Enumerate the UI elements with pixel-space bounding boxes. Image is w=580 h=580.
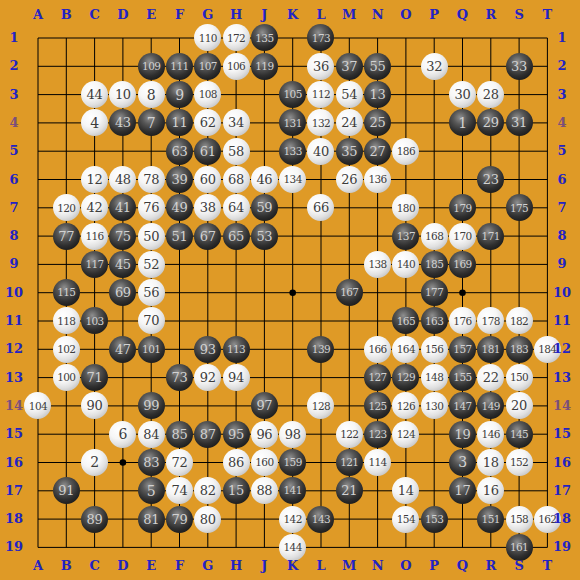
intersection-R9[interactable]: [477, 250, 505, 278]
intersection-A9[interactable]: [24, 250, 52, 278]
intersection-L8[interactable]: [307, 222, 335, 250]
intersection-N11[interactable]: [363, 307, 391, 335]
intersection-H2[interactable]: 106: [222, 52, 250, 80]
intersection-P10[interactable]: 177: [420, 279, 448, 307]
intersection-S8[interactable]: [505, 222, 533, 250]
intersection-G13[interactable]: 92: [194, 363, 222, 391]
intersection-E10[interactable]: 56: [137, 279, 165, 307]
intersection-M8[interactable]: [335, 222, 363, 250]
intersection-R16[interactable]: 18: [477, 448, 505, 476]
intersection-N9[interactable]: 138: [363, 250, 391, 278]
intersection-H9[interactable]: [222, 250, 250, 278]
intersection-D16[interactable]: [109, 448, 137, 476]
intersection-B3[interactable]: [52, 80, 80, 108]
intersection-B13[interactable]: 100: [52, 363, 80, 391]
intersection-G18[interactable]: 80: [194, 505, 222, 533]
intersection-R1[interactable]: [477, 24, 505, 52]
intersection-C9[interactable]: 117: [80, 250, 108, 278]
intersection-Q10[interactable]: [448, 279, 476, 307]
go-board[interactable]: 1101721351731091111071061193637553233441…: [24, 24, 562, 562]
intersection-L11[interactable]: [307, 307, 335, 335]
intersection-A2[interactable]: [24, 52, 52, 80]
intersection-L1[interactable]: 173: [307, 24, 335, 52]
intersection-F1[interactable]: [165, 24, 193, 52]
intersection-O3[interactable]: [392, 80, 420, 108]
intersection-Q4[interactable]: 1: [448, 109, 476, 137]
intersection-J16[interactable]: 160: [250, 448, 278, 476]
intersection-O17[interactable]: 14: [392, 477, 420, 505]
intersection-P15[interactable]: [420, 420, 448, 448]
intersection-J12[interactable]: [250, 335, 278, 363]
intersection-C6[interactable]: 12: [80, 165, 108, 193]
intersection-M11[interactable]: [335, 307, 363, 335]
intersection-R12[interactable]: 181: [477, 335, 505, 363]
intersection-K7[interactable]: [279, 194, 307, 222]
intersection-B2[interactable]: [52, 52, 80, 80]
intersection-S6[interactable]: [505, 165, 533, 193]
intersection-Q2[interactable]: [448, 52, 476, 80]
intersection-C18[interactable]: 89: [80, 505, 108, 533]
intersection-C16[interactable]: 2: [80, 448, 108, 476]
intersection-S1[interactable]: [505, 24, 533, 52]
intersection-H12[interactable]: 113: [222, 335, 250, 363]
intersection-H10[interactable]: [222, 279, 250, 307]
intersection-B12[interactable]: 102: [52, 335, 80, 363]
intersection-P9[interactable]: 185: [420, 250, 448, 278]
intersection-K10[interactable]: [279, 279, 307, 307]
intersection-O14[interactable]: 126: [392, 392, 420, 420]
intersection-S15[interactable]: 145: [505, 420, 533, 448]
intersection-S5[interactable]: [505, 137, 533, 165]
intersection-F15[interactable]: 85: [165, 420, 193, 448]
intersection-N5[interactable]: 27: [363, 137, 391, 165]
intersection-Q14[interactable]: 147: [448, 392, 476, 420]
intersection-S9[interactable]: [505, 250, 533, 278]
intersection-J18[interactable]: [250, 505, 278, 533]
intersection-R5[interactable]: [477, 137, 505, 165]
intersection-N4[interactable]: 25: [363, 109, 391, 137]
intersection-S7[interactable]: 175: [505, 194, 533, 222]
intersection-N18[interactable]: [363, 505, 391, 533]
intersection-F12[interactable]: [165, 335, 193, 363]
intersection-Q17[interactable]: 17: [448, 477, 476, 505]
intersection-N3[interactable]: 13: [363, 80, 391, 108]
intersection-G5[interactable]: 61: [194, 137, 222, 165]
intersection-D13[interactable]: [109, 363, 137, 391]
intersection-P1[interactable]: [420, 24, 448, 52]
intersection-Q3[interactable]: 30: [448, 80, 476, 108]
intersection-R2[interactable]: [477, 52, 505, 80]
intersection-N6[interactable]: 136: [363, 165, 391, 193]
intersection-A12[interactable]: [24, 335, 52, 363]
intersection-N1[interactable]: [363, 24, 391, 52]
intersection-C14[interactable]: 90: [80, 392, 108, 420]
intersection-P7[interactable]: [420, 194, 448, 222]
intersection-S2[interactable]: 33: [505, 52, 533, 80]
intersection-J7[interactable]: 59: [250, 194, 278, 222]
intersection-R15[interactable]: 146: [477, 420, 505, 448]
intersection-M16[interactable]: 121: [335, 448, 363, 476]
intersection-R6[interactable]: 23: [477, 165, 505, 193]
intersection-C3[interactable]: 44: [80, 80, 108, 108]
intersection-N15[interactable]: 123: [363, 420, 391, 448]
intersection-H13[interactable]: 94: [222, 363, 250, 391]
intersection-A1[interactable]: [24, 24, 52, 52]
intersection-R4[interactable]: 29: [477, 109, 505, 137]
intersection-O6[interactable]: [392, 165, 420, 193]
intersection-D14[interactable]: [109, 392, 137, 420]
intersection-M10[interactable]: 167: [335, 279, 363, 307]
intersection-E9[interactable]: 52: [137, 250, 165, 278]
intersection-M2[interactable]: 37: [335, 52, 363, 80]
intersection-O12[interactable]: 164: [392, 335, 420, 363]
intersection-N17[interactable]: [363, 477, 391, 505]
intersection-E17[interactable]: 5: [137, 477, 165, 505]
intersection-C11[interactable]: 103: [80, 307, 108, 335]
intersection-G9[interactable]: [194, 250, 222, 278]
intersection-O4[interactable]: [392, 109, 420, 137]
intersection-D2[interactable]: [109, 52, 137, 80]
intersection-J8[interactable]: 53: [250, 222, 278, 250]
intersection-A18[interactable]: [24, 505, 52, 533]
intersection-H14[interactable]: [222, 392, 250, 420]
intersection-L7[interactable]: 66: [307, 194, 335, 222]
intersection-E4[interactable]: 7: [137, 109, 165, 137]
intersection-P16[interactable]: [420, 448, 448, 476]
intersection-K5[interactable]: 133: [279, 137, 307, 165]
intersection-P6[interactable]: [420, 165, 448, 193]
intersection-G16[interactable]: [194, 448, 222, 476]
intersection-A6[interactable]: [24, 165, 52, 193]
intersection-S17[interactable]: [505, 477, 533, 505]
intersection-Q9[interactable]: 169: [448, 250, 476, 278]
intersection-B1[interactable]: [52, 24, 80, 52]
intersection-P4[interactable]: [420, 109, 448, 137]
intersection-M1[interactable]: [335, 24, 363, 52]
intersection-L13[interactable]: [307, 363, 335, 391]
intersection-Q15[interactable]: 19: [448, 420, 476, 448]
intersection-H17[interactable]: 15: [222, 477, 250, 505]
intersection-E1[interactable]: [137, 24, 165, 52]
intersection-C4[interactable]: 4: [80, 109, 108, 137]
intersection-J13[interactable]: [250, 363, 278, 391]
intersection-F9[interactable]: [165, 250, 193, 278]
intersection-A15[interactable]: [24, 420, 52, 448]
intersection-F6[interactable]: 39: [165, 165, 193, 193]
intersection-K3[interactable]: 105: [279, 80, 307, 108]
intersection-B11[interactable]: 118: [52, 307, 80, 335]
intersection-C2[interactable]: [80, 52, 108, 80]
intersection-C13[interactable]: 71: [80, 363, 108, 391]
intersection-R14[interactable]: 149: [477, 392, 505, 420]
intersection-O2[interactable]: [392, 52, 420, 80]
intersection-K17[interactable]: 141: [279, 477, 307, 505]
intersection-E13[interactable]: [137, 363, 165, 391]
intersection-F18[interactable]: 79: [165, 505, 193, 533]
intersection-M4[interactable]: 24: [335, 109, 363, 137]
intersection-Q12[interactable]: 157: [448, 335, 476, 363]
intersection-L4[interactable]: 132: [307, 109, 335, 137]
intersection-K12[interactable]: [279, 335, 307, 363]
intersection-H4[interactable]: 34: [222, 109, 250, 137]
intersection-M12[interactable]: [335, 335, 363, 363]
intersection-S12[interactable]: 183: [505, 335, 533, 363]
intersection-G17[interactable]: 82: [194, 477, 222, 505]
intersection-B9[interactable]: [52, 250, 80, 278]
intersection-Q8[interactable]: 170: [448, 222, 476, 250]
intersection-A16[interactable]: [24, 448, 52, 476]
intersection-Q1[interactable]: [448, 24, 476, 52]
intersection-E14[interactable]: 99: [137, 392, 165, 420]
intersection-M3[interactable]: 54: [335, 80, 363, 108]
intersection-R17[interactable]: 16: [477, 477, 505, 505]
intersection-D9[interactable]: 45: [109, 250, 137, 278]
intersection-S10[interactable]: [505, 279, 533, 307]
intersection-O18[interactable]: 154: [392, 505, 420, 533]
intersection-D1[interactable]: [109, 24, 137, 52]
intersection-J15[interactable]: 96: [250, 420, 278, 448]
intersection-L18[interactable]: 143: [307, 505, 335, 533]
intersection-L5[interactable]: 40: [307, 137, 335, 165]
intersection-F8[interactable]: 51: [165, 222, 193, 250]
intersection-A11[interactable]: [24, 307, 52, 335]
intersection-E15[interactable]: 84: [137, 420, 165, 448]
intersection-H18[interactable]: [222, 505, 250, 533]
intersection-K9[interactable]: [279, 250, 307, 278]
intersection-L3[interactable]: 112: [307, 80, 335, 108]
intersection-L17[interactable]: [307, 477, 335, 505]
intersection-B7[interactable]: 120: [52, 194, 80, 222]
intersection-E5[interactable]: [137, 137, 165, 165]
intersection-A8[interactable]: [24, 222, 52, 250]
intersection-K15[interactable]: 98: [279, 420, 307, 448]
intersection-M15[interactable]: 122: [335, 420, 363, 448]
intersection-G3[interactable]: 108: [194, 80, 222, 108]
intersection-A13[interactable]: [24, 363, 52, 391]
intersection-A3[interactable]: [24, 80, 52, 108]
intersection-E8[interactable]: 50: [137, 222, 165, 250]
intersection-F10[interactable]: [165, 279, 193, 307]
intersection-E18[interactable]: 81: [137, 505, 165, 533]
intersection-P11[interactable]: 163: [420, 307, 448, 335]
intersection-K8[interactable]: [279, 222, 307, 250]
intersection-E11[interactable]: 70: [137, 307, 165, 335]
intersection-O8[interactable]: 137: [392, 222, 420, 250]
intersection-B18[interactable]: [52, 505, 80, 533]
intersection-C12[interactable]: [80, 335, 108, 363]
intersection-H5[interactable]: 58: [222, 137, 250, 165]
intersection-O7[interactable]: 180: [392, 194, 420, 222]
intersection-K1[interactable]: [279, 24, 307, 52]
intersection-N14[interactable]: 125: [363, 392, 391, 420]
intersection-H3[interactable]: [222, 80, 250, 108]
intersection-R11[interactable]: 178: [477, 307, 505, 335]
intersection-P8[interactable]: 168: [420, 222, 448, 250]
intersection-N13[interactable]: 127: [363, 363, 391, 391]
intersection-S16[interactable]: 152: [505, 448, 533, 476]
intersection-S14[interactable]: 20: [505, 392, 533, 420]
intersection-M13[interactable]: [335, 363, 363, 391]
intersection-F16[interactable]: 72: [165, 448, 193, 476]
intersection-K4[interactable]: 131: [279, 109, 307, 137]
intersection-L15[interactable]: [307, 420, 335, 448]
intersection-J14[interactable]: 97: [250, 392, 278, 420]
intersection-L16[interactable]: [307, 448, 335, 476]
intersection-S3[interactable]: [505, 80, 533, 108]
intersection-F3[interactable]: 9: [165, 80, 193, 108]
intersection-B4[interactable]: [52, 109, 80, 137]
intersection-A14[interactable]: 104: [24, 392, 52, 420]
intersection-H16[interactable]: 86: [222, 448, 250, 476]
intersection-O15[interactable]: 124: [392, 420, 420, 448]
intersection-S13[interactable]: 150: [505, 363, 533, 391]
intersection-O9[interactable]: 140: [392, 250, 420, 278]
intersection-H8[interactable]: 65: [222, 222, 250, 250]
intersection-C15[interactable]: [80, 420, 108, 448]
intersection-G4[interactable]: 62: [194, 109, 222, 137]
intersection-P5[interactable]: [420, 137, 448, 165]
intersection-C1[interactable]: [80, 24, 108, 52]
intersection-M18[interactable]: [335, 505, 363, 533]
intersection-Q6[interactable]: [448, 165, 476, 193]
intersection-P13[interactable]: 148: [420, 363, 448, 391]
intersection-G1[interactable]: 110: [194, 24, 222, 52]
intersection-K14[interactable]: [279, 392, 307, 420]
intersection-H6[interactable]: 68: [222, 165, 250, 193]
intersection-F14[interactable]: [165, 392, 193, 420]
intersection-B16[interactable]: [52, 448, 80, 476]
intersection-D3[interactable]: 10: [109, 80, 137, 108]
intersection-M14[interactable]: [335, 392, 363, 420]
intersection-N12[interactable]: 166: [363, 335, 391, 363]
intersection-D11[interactable]: [109, 307, 137, 335]
intersection-R10[interactable]: [477, 279, 505, 307]
intersection-P18[interactable]: 153: [420, 505, 448, 533]
intersection-S18[interactable]: 158: [505, 505, 533, 533]
intersection-G2[interactable]: 107: [194, 52, 222, 80]
intersection-D5[interactable]: [109, 137, 137, 165]
intersection-K13[interactable]: [279, 363, 307, 391]
intersection-F7[interactable]: 49: [165, 194, 193, 222]
intersection-R7[interactable]: [477, 194, 505, 222]
intersection-P17[interactable]: [420, 477, 448, 505]
intersection-R13[interactable]: 22: [477, 363, 505, 391]
intersection-G8[interactable]: 67: [194, 222, 222, 250]
intersection-B14[interactable]: [52, 392, 80, 420]
intersection-J10[interactable]: [250, 279, 278, 307]
intersection-Q7[interactable]: 179: [448, 194, 476, 222]
intersection-F2[interactable]: 111: [165, 52, 193, 80]
intersection-K2[interactable]: [279, 52, 307, 80]
intersection-L10[interactable]: [307, 279, 335, 307]
intersection-K11[interactable]: [279, 307, 307, 335]
intersection-Q5[interactable]: [448, 137, 476, 165]
intersection-D7[interactable]: 41: [109, 194, 137, 222]
intersection-A5[interactable]: [24, 137, 52, 165]
intersection-C17[interactable]: [80, 477, 108, 505]
intersection-O1[interactable]: [392, 24, 420, 52]
intersection-P2[interactable]: 32: [420, 52, 448, 80]
intersection-D10[interactable]: 69: [109, 279, 137, 307]
intersection-M6[interactable]: 26: [335, 165, 363, 193]
intersection-M17[interactable]: 21: [335, 477, 363, 505]
intersection-R18[interactable]: 151: [477, 505, 505, 533]
intersection-A7[interactable]: [24, 194, 52, 222]
intersection-K6[interactable]: 134: [279, 165, 307, 193]
intersection-Q11[interactable]: 176: [448, 307, 476, 335]
intersection-Q13[interactable]: 155: [448, 363, 476, 391]
intersection-G15[interactable]: 87: [194, 420, 222, 448]
intersection-G11[interactable]: [194, 307, 222, 335]
intersection-M7[interactable]: [335, 194, 363, 222]
intersection-E2[interactable]: 109: [137, 52, 165, 80]
intersection-D17[interactable]: [109, 477, 137, 505]
intersection-L2[interactable]: 36: [307, 52, 335, 80]
intersection-H11[interactable]: [222, 307, 250, 335]
intersection-S11[interactable]: 182: [505, 307, 533, 335]
intersection-H1[interactable]: 172: [222, 24, 250, 52]
intersection-J6[interactable]: 46: [250, 165, 278, 193]
intersection-R3[interactable]: 28: [477, 80, 505, 108]
intersection-Q16[interactable]: 3: [448, 448, 476, 476]
intersection-N7[interactable]: [363, 194, 391, 222]
intersection-G7[interactable]: 38: [194, 194, 222, 222]
intersection-C10[interactable]: [80, 279, 108, 307]
intersection-D15[interactable]: 6: [109, 420, 137, 448]
intersection-J11[interactable]: [250, 307, 278, 335]
intersection-J2[interactable]: 119: [250, 52, 278, 80]
intersection-D18[interactable]: [109, 505, 137, 533]
intersection-B8[interactable]: 77: [52, 222, 80, 250]
intersection-B6[interactable]: [52, 165, 80, 193]
intersection-N8[interactable]: [363, 222, 391, 250]
intersection-C5[interactable]: [80, 137, 108, 165]
intersection-F5[interactable]: 63: [165, 137, 193, 165]
intersection-J3[interactable]: [250, 80, 278, 108]
intersection-E7[interactable]: 76: [137, 194, 165, 222]
intersection-A17[interactable]: [24, 477, 52, 505]
intersection-G6[interactable]: 60: [194, 165, 222, 193]
intersection-O13[interactable]: 129: [392, 363, 420, 391]
intersection-J5[interactable]: [250, 137, 278, 165]
intersection-P12[interactable]: 156: [420, 335, 448, 363]
intersection-J17[interactable]: 88: [250, 477, 278, 505]
intersection-H7[interactable]: 64: [222, 194, 250, 222]
intersection-C7[interactable]: 42: [80, 194, 108, 222]
intersection-S4[interactable]: 31: [505, 109, 533, 137]
intersection-E3[interactable]: 8: [137, 80, 165, 108]
intersection-J9[interactable]: [250, 250, 278, 278]
intersection-D6[interactable]: 48: [109, 165, 137, 193]
intersection-B15[interactable]: [52, 420, 80, 448]
intersection-B17[interactable]: 91: [52, 477, 80, 505]
intersection-M5[interactable]: 35: [335, 137, 363, 165]
intersection-A10[interactable]: [24, 279, 52, 307]
intersection-O16[interactable]: [392, 448, 420, 476]
intersection-H15[interactable]: 95: [222, 420, 250, 448]
intersection-F13[interactable]: 73: [165, 363, 193, 391]
intersection-F4[interactable]: 11: [165, 109, 193, 137]
intersection-E16[interactable]: 83: [137, 448, 165, 476]
intersection-A4[interactable]: [24, 109, 52, 137]
intersection-N2[interactable]: 55: [363, 52, 391, 80]
intersection-O10[interactable]: [392, 279, 420, 307]
intersection-L14[interactable]: 128: [307, 392, 335, 420]
intersection-K18[interactable]: 142: [279, 505, 307, 533]
intersection-M9[interactable]: [335, 250, 363, 278]
intersection-J1[interactable]: 135: [250, 24, 278, 52]
intersection-O11[interactable]: 165: [392, 307, 420, 335]
